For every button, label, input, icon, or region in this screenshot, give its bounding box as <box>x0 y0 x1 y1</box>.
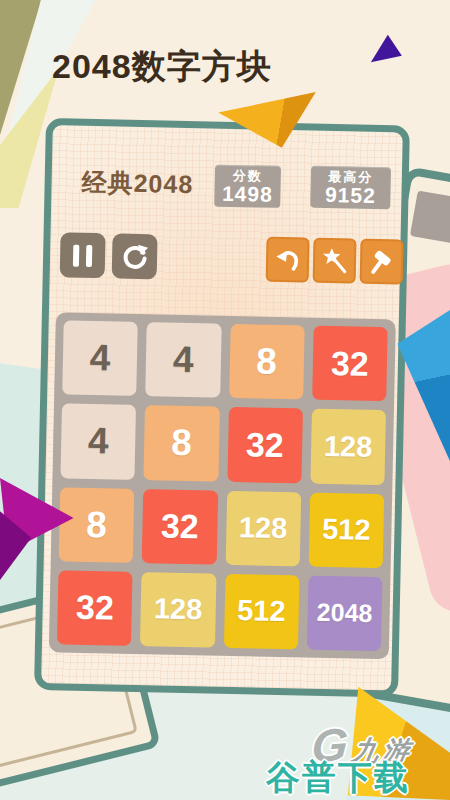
tile-32: 32 <box>142 489 218 565</box>
app-screen: 2048数字方块 经典2048 分数 1498 最高分 9152 <box>0 0 450 800</box>
best-score-box: 最高分 9152 <box>310 166 391 210</box>
restart-button[interactable] <box>112 233 158 279</box>
tile-128: 128 <box>310 409 386 485</box>
hammer-icon <box>367 247 396 276</box>
magic-wand-icon <box>320 246 349 275</box>
tile-512: 512 <box>223 574 299 650</box>
purple-triangle-decor <box>368 32 404 65</box>
mode-label: 经典2048 <box>81 166 193 201</box>
tile-128: 128 <box>140 572 216 648</box>
pause-button[interactable] <box>60 232 106 278</box>
restart-icon <box>119 241 150 272</box>
hammer-button[interactable] <box>360 239 404 285</box>
background-card-score-box <box>410 190 450 248</box>
score-value: 1498 <box>222 182 273 205</box>
tile-32: 32 <box>57 570 133 646</box>
tile-4: 4 <box>62 320 138 396</box>
tile-4: 4 <box>60 404 136 480</box>
tile-4: 4 <box>145 322 221 398</box>
tile-32: 32 <box>312 326 388 402</box>
tile-2048: 2048 <box>307 575 383 651</box>
tile-8: 8 <box>144 405 220 481</box>
board-grid[interactable]: 448324832128832128512321285122048 <box>49 312 396 659</box>
undo-button[interactable] <box>266 237 310 283</box>
magic-wand-button[interactable] <box>313 238 357 284</box>
score-label: 分数 <box>233 167 263 183</box>
tile-512: 512 <box>308 492 384 568</box>
tile-128: 128 <box>225 490 301 566</box>
gupu-download-watermark: 谷普下载 <box>266 755 410 800</box>
score-box: 分数 1498 <box>214 165 281 208</box>
game-card: 经典2048 分数 1498 最高分 9152 <box>34 118 410 697</box>
pause-icon <box>69 244 95 267</box>
undo-icon <box>273 245 302 274</box>
best-score-value: 9152 <box>325 183 376 206</box>
tile-8: 8 <box>59 487 135 563</box>
tile-32: 32 <box>227 407 303 483</box>
tile-8: 8 <box>229 324 305 400</box>
best-score-label: 最高分 <box>328 168 373 184</box>
page-title: 2048数字方块 <box>52 44 272 90</box>
